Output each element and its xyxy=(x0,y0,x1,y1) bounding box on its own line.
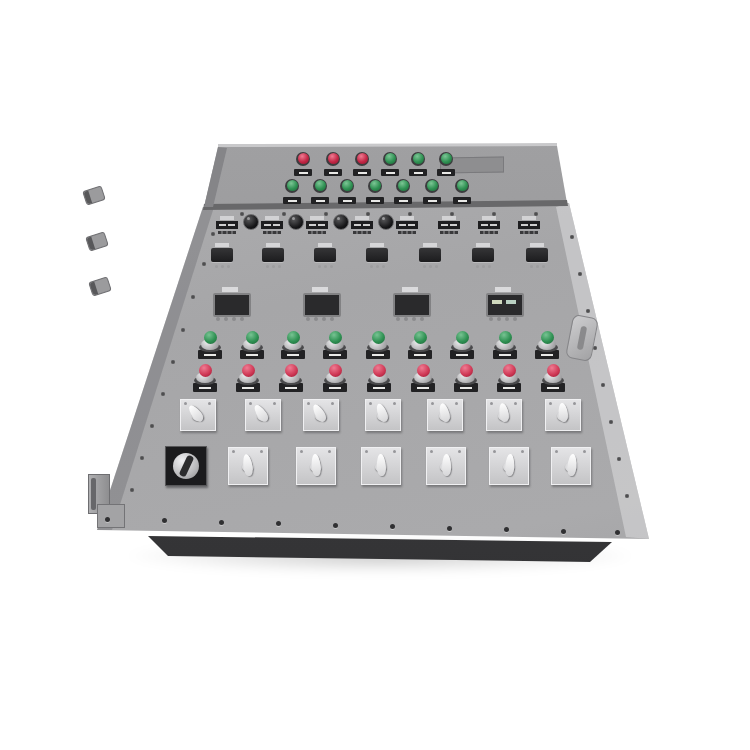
module-contact xyxy=(264,224,271,226)
switch-lever-handle xyxy=(310,454,321,477)
round-knob[interactable] xyxy=(333,214,349,230)
round-knob[interactable] xyxy=(288,214,304,230)
switch-plate-screw xyxy=(393,450,396,453)
rotary-selector-switch[interactable] xyxy=(296,447,336,485)
meter-key-dot xyxy=(330,317,334,321)
meter-terminal-dot xyxy=(221,265,224,268)
flange-bolt xyxy=(105,517,110,522)
terminal-module-window xyxy=(438,221,460,229)
meter-key-dot xyxy=(232,317,236,321)
button-dome xyxy=(372,331,385,344)
terminal-module-window xyxy=(478,221,500,229)
module-contact xyxy=(521,224,528,226)
small-meter-tab xyxy=(530,243,544,247)
label-text-strip xyxy=(242,387,254,389)
rotary-selector-switch[interactable] xyxy=(489,447,529,485)
terminal-module-window xyxy=(518,221,540,229)
right-flange-screw xyxy=(609,420,613,424)
meter-terminal-dot xyxy=(435,265,438,268)
right-flange-screw xyxy=(570,235,574,239)
left-flange-screw xyxy=(211,232,215,236)
meter-terminal-dot xyxy=(542,265,545,268)
label-text-strip xyxy=(329,354,341,356)
meter-terminal-dot xyxy=(488,265,491,268)
rotary-selector-switch[interactable] xyxy=(180,399,216,431)
control-panel-photo: Ex xyxy=(0,0,750,750)
left-flange-screw xyxy=(181,328,185,332)
red-stop-button[interactable] xyxy=(542,363,564,385)
label-text-strip xyxy=(343,200,352,202)
rotary-cam-switch-black[interactable] xyxy=(165,446,207,486)
button-dome xyxy=(460,364,473,377)
left-flange-screw xyxy=(202,262,206,266)
left-flange-screw xyxy=(161,392,165,396)
left-flange-screw xyxy=(130,488,134,492)
knob-highlight xyxy=(247,217,250,220)
hinge-pin xyxy=(91,478,96,510)
module-contact xyxy=(530,224,537,226)
switch-plate-screw xyxy=(300,450,303,453)
red-stop-button[interactable] xyxy=(368,363,390,385)
terminal-module-window xyxy=(396,221,418,229)
module-contact xyxy=(228,224,235,226)
switch-lever-handle xyxy=(376,454,386,477)
module-contact xyxy=(363,224,370,226)
label-text-strip xyxy=(371,200,380,202)
green-indicator-light xyxy=(413,153,424,164)
label-plate xyxy=(409,169,427,176)
terminal-module-window xyxy=(351,221,373,229)
large-meter-tab xyxy=(495,287,511,292)
small-meter-window xyxy=(366,248,388,262)
switch-plate-screw xyxy=(307,402,310,405)
large-meter-display[interactable] xyxy=(213,293,251,317)
green-start-button[interactable] xyxy=(409,330,431,352)
meter-key-dot xyxy=(513,317,517,321)
button-dome xyxy=(285,364,298,377)
meter-terminal-dot xyxy=(227,265,230,268)
switch-lever-handle xyxy=(251,403,269,423)
large-meter-display[interactable] xyxy=(393,293,431,317)
meter-key-dot xyxy=(404,317,408,321)
green-indicator-light xyxy=(427,180,438,191)
label-text-strip xyxy=(372,354,384,356)
knob-highlight xyxy=(292,217,295,220)
red-indicator-light xyxy=(357,153,368,164)
switch-lever-handle xyxy=(241,454,253,477)
button-dome xyxy=(414,331,427,344)
large-meter-display[interactable] xyxy=(303,293,341,317)
right-flange-screw xyxy=(593,346,597,350)
switch-plate-screw xyxy=(455,402,458,405)
small-meter-tab xyxy=(215,243,229,247)
rotary-selector-switch[interactable] xyxy=(303,399,339,431)
label-plate xyxy=(311,197,329,204)
green-indicator-light xyxy=(398,180,409,191)
meter-key-dot xyxy=(412,317,416,321)
green-start-button[interactable] xyxy=(451,330,473,352)
meter-key-dot xyxy=(505,317,509,321)
module-contact xyxy=(309,224,316,226)
switch-plate-screw xyxy=(331,402,334,405)
knob-highlight xyxy=(337,217,340,220)
label-text-strip xyxy=(417,387,429,389)
label-text-strip xyxy=(399,200,408,202)
meter-key-dot xyxy=(420,317,424,321)
small-meter-window xyxy=(526,248,548,262)
gland-cap xyxy=(83,191,92,205)
switch-plate-screw xyxy=(514,402,517,405)
left-flange-screw xyxy=(140,456,144,460)
switch-plate-screw xyxy=(393,402,396,405)
switch-plate-screw xyxy=(549,402,552,405)
green-indicator-light xyxy=(342,180,353,191)
meter-terminal-dot xyxy=(530,265,533,268)
small-meter-window xyxy=(472,248,494,262)
switch-lever-handle xyxy=(566,454,577,477)
left-flange-screw xyxy=(191,295,195,299)
label-text-strip xyxy=(373,387,385,389)
green-indicator-light xyxy=(287,180,298,191)
button-dome xyxy=(499,331,512,344)
large-meter-tab xyxy=(402,287,418,292)
meter-key-dot xyxy=(314,317,318,321)
switch-plate-screw xyxy=(249,402,252,405)
button-dome xyxy=(329,331,342,344)
green-start-button[interactable] xyxy=(536,330,558,352)
terminal-module-tab xyxy=(482,216,496,220)
label-plate xyxy=(353,169,371,176)
rotary-selector-switch[interactable] xyxy=(545,399,581,431)
switch-plate-screw xyxy=(521,450,524,453)
label-text-strip xyxy=(316,200,325,202)
meter-terminal-dot xyxy=(215,265,218,268)
module-contact xyxy=(273,224,280,226)
small-meter-tab xyxy=(370,243,384,247)
latch-slot xyxy=(577,326,587,351)
label-plate xyxy=(381,169,399,176)
switch-lever-handle xyxy=(374,402,389,423)
meter-key-dot xyxy=(306,317,310,321)
green-indicator-light xyxy=(370,180,381,191)
small-meter-window xyxy=(314,248,336,262)
meter-key-dot xyxy=(497,317,501,321)
meter-key-dot xyxy=(396,317,400,321)
label-text-strip xyxy=(287,354,299,356)
switch-plate-screw xyxy=(208,402,211,405)
module-contact xyxy=(481,224,488,226)
switch-plate-screw xyxy=(430,450,433,453)
small-meter-tab xyxy=(266,243,280,247)
button-dome xyxy=(417,364,430,377)
switch-plate-screw xyxy=(273,402,276,405)
label-text-strip xyxy=(541,354,553,356)
terminal-module-window xyxy=(306,221,328,229)
meter-terminal-dot xyxy=(382,265,385,268)
round-knob[interactable] xyxy=(243,214,259,230)
terminal-module-window xyxy=(261,221,283,229)
terminal-module-pins xyxy=(263,231,281,234)
module-contact xyxy=(441,224,448,226)
terminal-module-pins xyxy=(440,231,458,234)
label-text-strip xyxy=(458,200,467,202)
green-indicator-light xyxy=(441,153,452,164)
right-flange-screw xyxy=(578,272,582,276)
label-plate xyxy=(338,197,356,204)
label-text-strip xyxy=(547,387,559,389)
label-plate xyxy=(437,169,455,176)
rotary-selector-switch[interactable] xyxy=(361,447,401,485)
terminal-module-tab xyxy=(220,216,234,220)
label-text-strip xyxy=(285,387,297,389)
green-indicator-light xyxy=(385,153,396,164)
rotary-selector-switch[interactable] xyxy=(427,399,463,431)
label-text-strip xyxy=(456,354,468,356)
meter-key-dot xyxy=(240,317,244,321)
terminal-module-pins xyxy=(353,231,371,234)
flange-bolt xyxy=(219,520,224,525)
green-start-button[interactable] xyxy=(324,330,346,352)
knob-highlight xyxy=(382,217,385,220)
cable-gland xyxy=(85,231,109,251)
module-contact xyxy=(399,224,406,226)
switch-plate-screw xyxy=(573,402,576,405)
gland-cap xyxy=(86,237,95,251)
terminal-module-pins xyxy=(520,231,538,234)
button-dome xyxy=(456,331,469,344)
round-knob[interactable] xyxy=(378,214,394,230)
label-text-strip xyxy=(204,354,216,356)
button-dome xyxy=(373,364,386,377)
rotary-selector-switch[interactable] xyxy=(551,447,591,485)
terminal-module-pins xyxy=(480,231,498,234)
flange-bolt xyxy=(333,523,338,528)
label-text-strip xyxy=(414,354,426,356)
label-text-strip xyxy=(329,387,341,389)
meter-key-dot xyxy=(216,317,220,321)
right-flange-screw xyxy=(625,494,629,498)
label-text-strip xyxy=(288,200,297,202)
small-meter-tab xyxy=(476,243,490,247)
module-contact xyxy=(408,224,415,226)
small-meter-tab xyxy=(423,243,437,247)
small-meter-window xyxy=(262,248,284,262)
label-text-strip xyxy=(246,354,258,356)
switch-lever-handle xyxy=(442,454,451,476)
rotary-selector-switch[interactable] xyxy=(426,447,466,485)
switch-plate-screw xyxy=(431,402,434,405)
switch-plate-screw xyxy=(260,450,263,453)
flange-bolt xyxy=(390,524,395,529)
rotary-selector-switch[interactable] xyxy=(228,447,268,485)
red-stop-button[interactable] xyxy=(412,363,434,385)
rotary-selector-switch[interactable] xyxy=(365,399,401,431)
right-flange-screw xyxy=(617,457,621,461)
green-indicator-light xyxy=(315,180,326,191)
meter-terminal-dot xyxy=(330,265,333,268)
meter-terminal-dot xyxy=(476,265,479,268)
switch-plate-screw xyxy=(555,450,558,453)
meter-terminal-dot xyxy=(318,265,321,268)
label-plate xyxy=(394,197,412,204)
label-text-strip xyxy=(299,172,308,174)
rotary-selector-switch[interactable] xyxy=(245,399,281,431)
button-dome xyxy=(287,331,300,344)
button-dome xyxy=(199,364,212,377)
switch-lever-handle xyxy=(437,402,450,422)
switch-plate-screw xyxy=(365,450,368,453)
meter-terminal-dot xyxy=(370,265,373,268)
switch-plate-screw xyxy=(232,450,235,453)
green-indicator-light xyxy=(457,180,468,191)
meter-terminal-dot xyxy=(278,265,281,268)
rotary-selector-switch[interactable] xyxy=(486,399,522,431)
terminal-module-tab xyxy=(310,216,324,220)
left-flange-screw xyxy=(150,424,154,428)
right-flange-screw xyxy=(601,383,605,387)
switch-plate-screw xyxy=(490,402,493,405)
button-dome xyxy=(541,331,554,344)
red-stop-button[interactable] xyxy=(237,363,259,385)
flange-bolt xyxy=(504,527,509,532)
module-contact xyxy=(318,224,325,226)
terminal-module-window xyxy=(216,221,238,229)
terminal-module-tab xyxy=(355,216,369,220)
meter-key-dot xyxy=(224,317,228,321)
right-flange-screw xyxy=(586,309,590,313)
label-text-strip xyxy=(442,172,451,174)
switch-plate-screw xyxy=(184,402,187,405)
green-start-button[interactable] xyxy=(241,330,263,352)
label-text-strip xyxy=(499,354,511,356)
label-plate xyxy=(324,169,342,176)
meter-terminal-dot xyxy=(266,265,269,268)
switch-plate-screw xyxy=(583,450,586,453)
large-meter-tab xyxy=(312,287,328,292)
button-dome xyxy=(503,364,516,377)
green-start-button[interactable] xyxy=(367,330,389,352)
meter-terminal-dot xyxy=(423,265,426,268)
panel-screw xyxy=(282,212,286,216)
left-flange-screw xyxy=(171,360,175,364)
red-stop-button[interactable] xyxy=(455,363,477,385)
cable-gland xyxy=(88,276,112,296)
label-plate xyxy=(283,197,301,204)
meter-terminal-dot xyxy=(429,265,432,268)
terminal-module-tab xyxy=(400,216,414,220)
flange-bolt xyxy=(276,521,281,526)
red-indicator-light xyxy=(298,153,309,164)
terminal-module-tab xyxy=(442,216,456,220)
label-plate xyxy=(294,169,312,176)
switch-plate-screw xyxy=(493,450,496,453)
label-plate xyxy=(423,197,441,204)
small-meter-tab xyxy=(318,243,332,247)
panel-screw xyxy=(324,212,328,216)
red-stop-button[interactable] xyxy=(498,363,520,385)
button-dome xyxy=(246,331,259,344)
red-stop-button[interactable] xyxy=(194,363,216,385)
meter-terminal-dot xyxy=(324,265,327,268)
green-start-button[interactable] xyxy=(199,330,221,352)
flange-bolt xyxy=(162,518,167,523)
flange-bolt xyxy=(561,529,566,534)
module-contact xyxy=(490,224,497,226)
large-meter-tab xyxy=(222,287,238,292)
button-dome xyxy=(242,364,255,377)
flange-bolt xyxy=(447,526,452,531)
switch-lever-handle xyxy=(310,403,327,424)
small-meter-window xyxy=(211,248,233,262)
green-start-button[interactable] xyxy=(282,330,304,352)
meter-key-dot xyxy=(322,317,326,321)
panel-screw xyxy=(240,212,244,216)
green-start-button[interactable] xyxy=(494,330,516,352)
label-text-strip xyxy=(329,172,338,174)
button-dome xyxy=(547,364,560,377)
terminal-module-pins xyxy=(308,231,326,234)
corner-bracket xyxy=(97,504,125,528)
terminal-module-pins xyxy=(218,231,236,234)
label-text-strip xyxy=(414,172,423,174)
module-contact xyxy=(354,224,361,226)
terminal-module-tab xyxy=(522,216,536,220)
module-contact xyxy=(450,224,457,226)
switch-lever-handle xyxy=(504,454,514,477)
display-segment xyxy=(492,300,502,304)
cable-gland xyxy=(82,185,106,205)
label-text-strip xyxy=(428,200,437,202)
terminal-module-tab xyxy=(265,216,279,220)
flange-bolt xyxy=(615,530,620,535)
module-contact xyxy=(219,224,226,226)
meter-key-dot xyxy=(489,317,493,321)
red-stop-button[interactable] xyxy=(280,363,302,385)
label-text-strip xyxy=(460,387,472,389)
label-text-strip xyxy=(503,387,515,389)
terminal-module-pins xyxy=(398,231,416,234)
label-text-strip xyxy=(358,172,367,174)
label-plate xyxy=(366,197,384,204)
label-text-strip xyxy=(386,172,395,174)
display-segment xyxy=(506,300,516,304)
meter-terminal-dot xyxy=(482,265,485,268)
red-stop-button[interactable] xyxy=(324,363,346,385)
switch-plate-screw xyxy=(328,450,331,453)
label-text-strip xyxy=(199,387,211,389)
switch-plate-screw xyxy=(458,450,461,453)
meter-terminal-dot xyxy=(536,265,539,268)
red-indicator-light xyxy=(328,153,339,164)
meter-terminal-dot xyxy=(376,265,379,268)
small-meter-window xyxy=(419,248,441,262)
button-dome xyxy=(329,364,342,377)
gland-cap xyxy=(89,282,98,296)
button-dome xyxy=(204,331,217,344)
large-meter-display[interactable] xyxy=(486,293,524,317)
label-plate xyxy=(453,197,471,204)
meter-terminal-dot xyxy=(272,265,275,268)
switch-plate-screw xyxy=(369,402,372,405)
switch-lever-handle xyxy=(186,403,205,423)
